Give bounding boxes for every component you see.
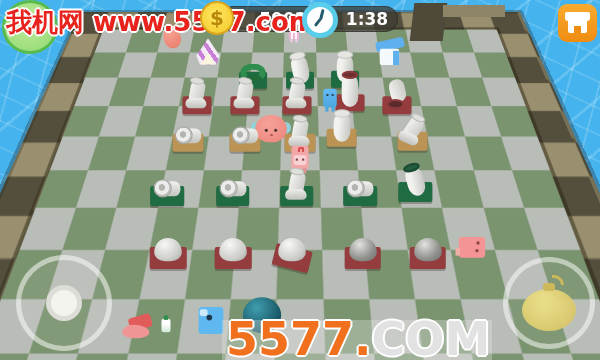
board-cell — [184, 53, 221, 78]
board-cell — [474, 53, 515, 78]
board-cell — [352, 106, 391, 137]
board-cell — [248, 78, 284, 106]
board-cell — [239, 170, 281, 208]
coin-symbol: $ — [210, 6, 224, 30]
board-cell — [355, 136, 396, 170]
watermark-com: COM — [372, 312, 491, 360]
board-cell — [277, 251, 323, 299]
board-cell — [365, 251, 415, 299]
board-cell — [318, 136, 357, 170]
shop-button[interactable] — [558, 4, 597, 42]
clock-icon — [302, 2, 338, 38]
board-cell — [570, 353, 600, 360]
board-cell — [283, 53, 316, 78]
board-cell — [185, 251, 235, 299]
board-cell — [250, 53, 284, 78]
clock-hand-hour — [314, 18, 322, 27]
board-cell — [149, 208, 198, 250]
board-cell — [204, 136, 245, 170]
board-cell — [317, 78, 353, 106]
timer-value: 1:38 — [346, 9, 388, 29]
board-cell — [139, 251, 192, 299]
board-cell — [283, 78, 318, 106]
coin-icon: $ — [200, 1, 234, 35]
board-cell — [235, 208, 279, 250]
board-cell — [358, 170, 402, 208]
board-cell — [192, 208, 239, 250]
board-cell — [317, 106, 354, 137]
joystick-knob[interactable] — [46, 285, 82, 321]
board-cell — [347, 53, 382, 78]
board-cell — [379, 53, 416, 78]
board-cell — [172, 106, 213, 137]
board-cell — [245, 106, 282, 137]
board-cell — [0, 353, 30, 360]
board-cell — [345, 30, 379, 53]
wall-top-strip — [443, 5, 505, 17]
board-cell — [217, 53, 252, 78]
shop-door-icon — [574, 26, 581, 33]
board-cell — [320, 208, 364, 250]
board-cell — [158, 170, 204, 208]
site-watermark-top: 我机网 www.5577.com — [6, 5, 316, 40]
game-scene: 我机网 www.5577.com 5902 $ 1:38 5577.COM — [0, 0, 600, 360]
bomb-ball — [522, 289, 576, 331]
board-cell — [361, 208, 408, 250]
board-cell — [151, 53, 189, 78]
site-watermark-bottom: 5577.COM — [226, 312, 490, 360]
board-cell — [231, 251, 278, 299]
board-cell — [179, 78, 218, 106]
board-cell — [281, 136, 319, 170]
board-cell — [144, 78, 184, 106]
board-cell — [168, 353, 226, 360]
board-cell — [280, 170, 321, 208]
board-cell — [213, 78, 250, 106]
board-cell — [350, 78, 387, 106]
board-cell — [376, 30, 411, 53]
board-cell — [128, 299, 185, 354]
shop-awning-icon — [565, 12, 590, 21]
bomb-icon — [522, 281, 576, 331]
board-cell — [282, 106, 319, 137]
board-cell — [322, 251, 369, 299]
wall-corner-block — [410, 3, 448, 41]
board-cell — [319, 170, 361, 208]
board-cell — [242, 136, 281, 170]
watermark-5577: 5577. — [226, 312, 372, 360]
board-cell — [278, 208, 321, 250]
board-cell — [198, 170, 242, 208]
board-cell — [466, 30, 505, 53]
board-cell — [165, 136, 208, 170]
board-cell — [209, 106, 248, 137]
board-cell — [316, 53, 350, 78]
